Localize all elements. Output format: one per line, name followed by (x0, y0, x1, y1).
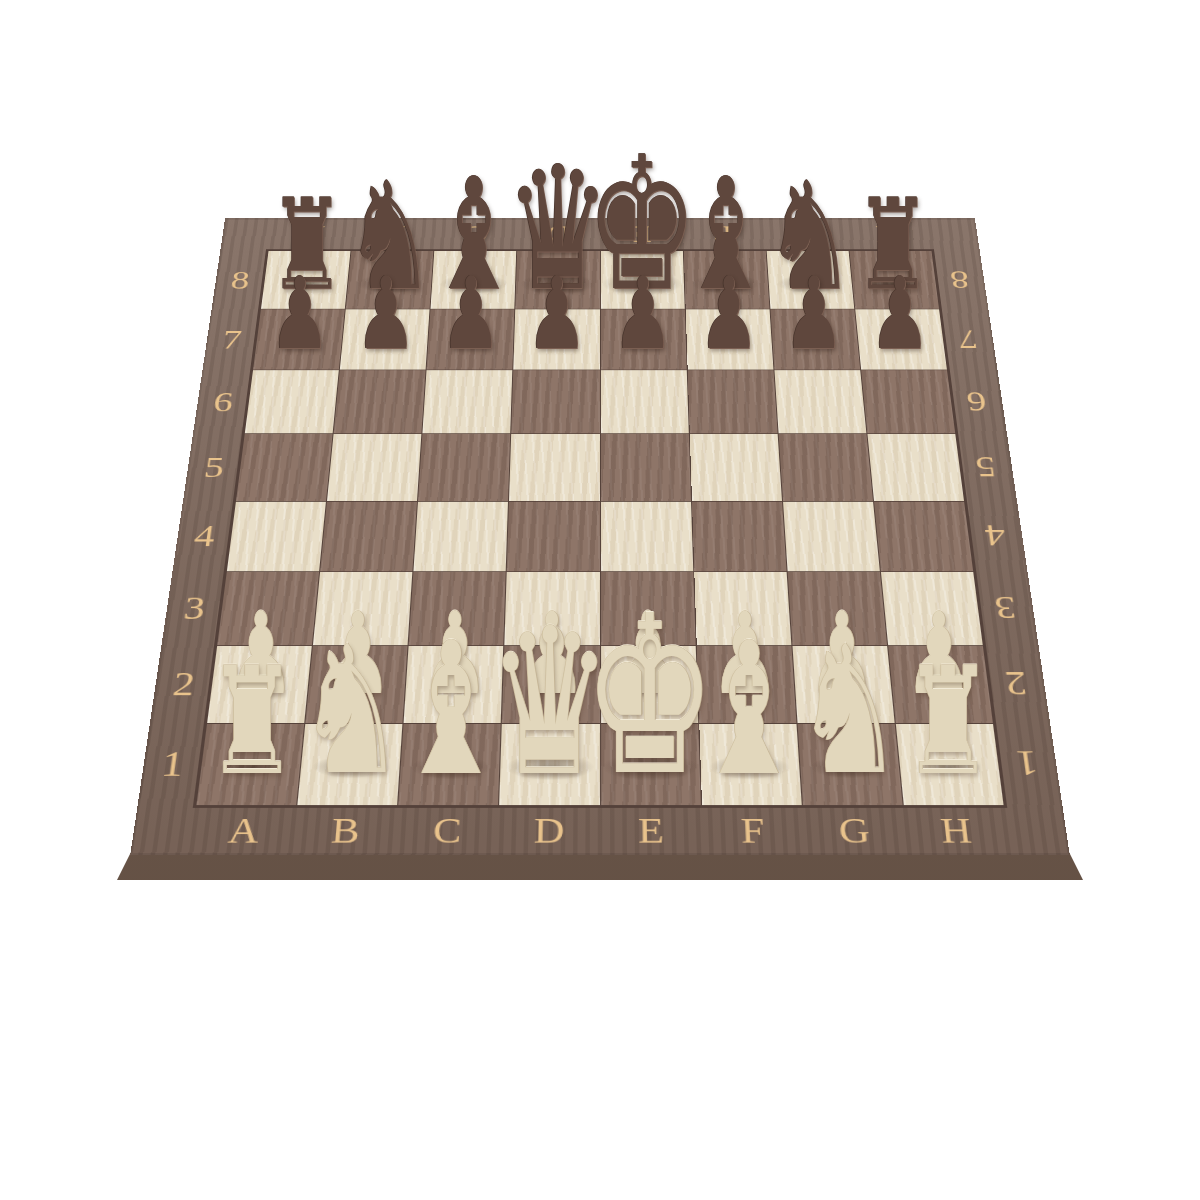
rank-label-right-7: 7 (939, 309, 997, 370)
piece-white-rook-h1[interactable]: ♜ (903, 648, 994, 797)
rank-label-5: 5 (183, 434, 245, 501)
square-f6[interactable] (687, 370, 777, 433)
file-label-a: A (190, 805, 297, 855)
square-g4[interactable] (783, 501, 880, 571)
square-c6[interactable] (423, 370, 513, 433)
rank-label-right-5: 5 (955, 434, 1017, 501)
square-h4[interactable] (874, 501, 973, 571)
rank-label-6: 6 (193, 370, 253, 434)
piece-white-rook-a1[interactable]: ♜ (206, 648, 297, 797)
square-d6[interactable] (512, 370, 600, 433)
piece-black-pawn-g7[interactable]: ♟ (784, 264, 845, 364)
rank-label-right-6: 6 (947, 370, 1007, 434)
rank-label-right-8: 8 (932, 251, 989, 309)
square-c5[interactable] (418, 434, 510, 500)
rank-label-1: 1 (138, 723, 207, 805)
square-b5[interactable] (327, 434, 421, 500)
square-b4[interactable] (320, 501, 417, 571)
square-e5[interactable] (600, 434, 690, 500)
square-e4[interactable] (601, 501, 693, 571)
piece-black-pawn-d7[interactable]: ♟ (527, 264, 588, 364)
square-c4[interactable] (414, 501, 509, 571)
piece-black-pawn-a7[interactable]: ♟ (269, 264, 330, 364)
square-e6[interactable] (600, 370, 688, 433)
rank-label-right-1: 1 (993, 723, 1062, 805)
rank-label-4: 4 (173, 501, 236, 571)
square-f4[interactable] (692, 501, 787, 571)
square-f5[interactable] (689, 434, 781, 500)
rank-label-7: 7 (202, 309, 260, 370)
piece-black-pawn-f7[interactable]: ♟ (698, 264, 759, 364)
piece-white-knight-g1[interactable]: ♞ (795, 624, 903, 801)
file-label-h: H (903, 805, 1010, 855)
piece-black-pawn-e7[interactable]: ♟ (612, 264, 673, 364)
square-b6[interactable] (334, 370, 426, 433)
square-d4[interactable] (507, 501, 599, 571)
square-h5[interactable] (867, 434, 964, 500)
piece-black-pawn-h7[interactable]: ♟ (870, 264, 931, 364)
square-g5[interactable] (778, 434, 872, 500)
piece-white-bishop-f1[interactable]: ♝ (693, 618, 805, 802)
rank-label-8: 8 (212, 251, 269, 309)
square-a4[interactable] (227, 501, 326, 571)
square-h6[interactable] (861, 370, 955, 433)
square-a6[interactable] (245, 370, 339, 433)
square-d5[interactable] (509, 434, 599, 500)
rank-label-right-4: 4 (964, 501, 1027, 571)
square-g6[interactable] (774, 370, 866, 433)
square-a5[interactable] (236, 434, 333, 500)
chess-scene: ABCDEFGH ABCDEFGH 87654321 87654321 ♜♞♝♛… (0, 0, 1200, 1200)
piece-black-pawn-c7[interactable]: ♟ (441, 264, 502, 364)
piece-black-pawn-b7[interactable]: ♟ (355, 264, 416, 364)
piece-white-knight-b1[interactable]: ♞ (297, 624, 405, 801)
